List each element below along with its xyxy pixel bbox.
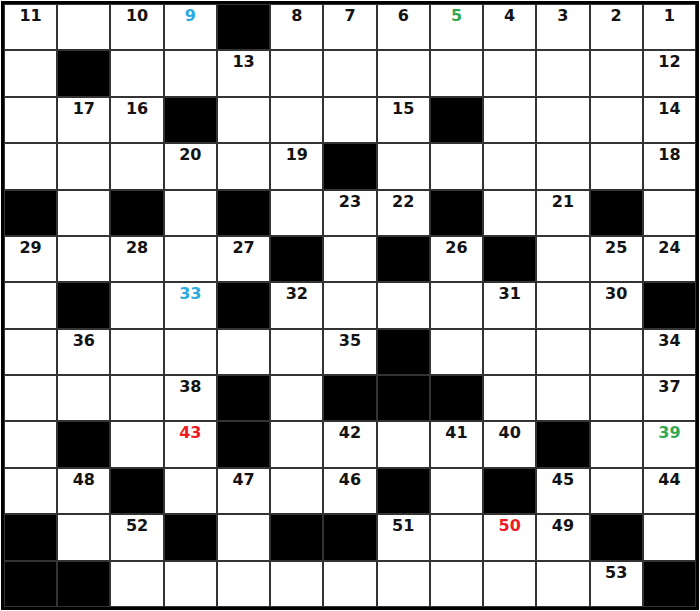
cell-r4c1[interactable] — [4, 143, 57, 189]
cell-r13c9[interactable] — [430, 561, 483, 607]
cell-r3c12[interactable] — [590, 97, 643, 143]
cell-r11c11[interactable]: 45 — [536, 468, 589, 514]
clue-number-27: 27 — [232, 237, 254, 257]
cell-r5c13[interactable] — [643, 190, 696, 236]
cell-r12c8[interactable]: 51 — [377, 514, 430, 560]
cell-r2c3[interactable] — [110, 50, 163, 96]
cell-r4c7-block — [323, 143, 376, 189]
cell-r4c6[interactable]: 19 — [270, 143, 323, 189]
cell-r9c1[interactable] — [4, 375, 57, 421]
cell-r6c9[interactable]: 26 — [430, 236, 483, 282]
cell-r1c7[interactable]: 7 — [323, 4, 376, 50]
cell-r6c11[interactable] — [536, 236, 589, 282]
cell-r2c6[interactable] — [270, 50, 323, 96]
cell-r2c4[interactable] — [164, 50, 217, 96]
cell-r13c8[interactable] — [377, 561, 430, 607]
cell-r8c13[interactable]: 34 — [643, 329, 696, 375]
cell-r1c6[interactable]: 8 — [270, 4, 323, 50]
cell-r4c2[interactable] — [57, 143, 110, 189]
cell-r9c9-block — [430, 375, 483, 421]
cell-r8c9[interactable] — [430, 329, 483, 375]
cell-r6c13[interactable]: 24 — [643, 236, 696, 282]
cell-r10c7[interactable]: 42 — [323, 421, 376, 467]
cell-r1c5-block — [217, 4, 270, 50]
clue-number-2: 2 — [611, 5, 622, 25]
cell-r5c11[interactable]: 21 — [536, 190, 589, 236]
cell-r5c7[interactable]: 23 — [323, 190, 376, 236]
cell-r2c7[interactable] — [323, 50, 376, 96]
cell-r7c8[interactable] — [377, 282, 430, 328]
cell-r2c12[interactable] — [590, 50, 643, 96]
cell-r7c3[interactable] — [110, 282, 163, 328]
clue-number-11: 11 — [19, 5, 41, 25]
clue-number-3: 3 — [557, 5, 568, 25]
cell-r2c5[interactable]: 13 — [217, 50, 270, 96]
clue-number-14: 14 — [658, 98, 680, 118]
cell-r13c2-block — [57, 561, 110, 607]
cell-r4c3[interactable] — [110, 143, 163, 189]
cell-r3c13[interactable]: 14 — [643, 97, 696, 143]
cell-r6c1[interactable]: 29 — [4, 236, 57, 282]
cell-r11c8-block — [377, 468, 430, 514]
cell-r12c1-block — [4, 514, 57, 560]
cell-r7c1[interactable] — [4, 282, 57, 328]
clue-number-13: 13 — [232, 51, 254, 71]
clue-number-1: 1 — [664, 5, 675, 25]
cell-r3c10[interactable] — [483, 97, 536, 143]
clue-number-47: 47 — [232, 469, 254, 489]
clue-number-42: 42 — [339, 422, 361, 442]
cell-r11c10-block — [483, 468, 536, 514]
cell-r6c4[interactable] — [164, 236, 217, 282]
cell-r11c3-block — [110, 468, 163, 514]
cell-r1c11[interactable]: 3 — [536, 4, 589, 50]
clue-number-26: 26 — [445, 237, 467, 257]
cell-r13c7[interactable] — [323, 561, 376, 607]
cell-r9c13[interactable]: 37 — [643, 375, 696, 421]
cell-r12c12-block — [590, 514, 643, 560]
cell-r12c2[interactable] — [57, 514, 110, 560]
clue-number-23: 23 — [339, 191, 361, 211]
cell-r10c8[interactable] — [377, 421, 430, 467]
cell-r9c3[interactable] — [110, 375, 163, 421]
clue-number-33: 33 — [179, 283, 201, 303]
cell-r6c2[interactable] — [57, 236, 110, 282]
cell-r4c9[interactable] — [430, 143, 483, 189]
cell-r6c5[interactable]: 27 — [217, 236, 270, 282]
cell-r11c1[interactable] — [4, 468, 57, 514]
clue-number-45: 45 — [552, 469, 574, 489]
cell-r1c10[interactable]: 4 — [483, 4, 536, 50]
cell-r11c2[interactable]: 48 — [57, 468, 110, 514]
clue-number-6: 6 — [398, 5, 409, 25]
cell-r12c4-block — [164, 514, 217, 560]
cell-r11c12[interactable] — [590, 468, 643, 514]
cell-r11c13[interactable]: 44 — [643, 468, 696, 514]
clue-number-18: 18 — [658, 144, 680, 164]
cell-r7c12[interactable]: 30 — [590, 282, 643, 328]
clue-number-22: 22 — [392, 191, 414, 211]
cell-r1c1[interactable]: 11 — [4, 4, 57, 50]
cell-r12c5[interactable] — [217, 514, 270, 560]
clue-number-49: 49 — [552, 515, 574, 535]
cell-r9c6[interactable] — [270, 375, 323, 421]
cell-r8c7[interactable]: 35 — [323, 329, 376, 375]
clue-number-9: 9 — [185, 5, 196, 25]
cell-r5c6[interactable] — [270, 190, 323, 236]
cell-r8c1[interactable] — [4, 329, 57, 375]
clue-number-37: 37 — [658, 376, 680, 396]
cell-r13c6[interactable] — [270, 561, 323, 607]
cell-r8c6[interactable] — [270, 329, 323, 375]
clue-number-48: 48 — [73, 469, 95, 489]
cell-r12c7-block — [323, 514, 376, 560]
clue-number-19: 19 — [286, 144, 308, 164]
cell-r11c6[interactable] — [270, 468, 323, 514]
cell-r13c12[interactable]: 53 — [590, 561, 643, 607]
cell-r9c11[interactable] — [536, 375, 589, 421]
cell-r3c9-block — [430, 97, 483, 143]
cell-r13c5[interactable] — [217, 561, 270, 607]
clue-number-24: 24 — [658, 237, 680, 257]
clue-number-43: 43 — [179, 422, 201, 442]
cell-r8c4[interactable] — [164, 329, 217, 375]
cell-r12c13[interactable] — [643, 514, 696, 560]
cell-r8c5[interactable] — [217, 329, 270, 375]
clue-number-53: 53 — [605, 562, 627, 582]
cell-r10c5-block — [217, 421, 270, 467]
clue-number-40: 40 — [499, 422, 521, 442]
cell-r4c5[interactable] — [217, 143, 270, 189]
cell-r7c11[interactable] — [536, 282, 589, 328]
cell-r8c3[interactable] — [110, 329, 163, 375]
cell-r2c11[interactable] — [536, 50, 589, 96]
cell-r12c6-block — [270, 514, 323, 560]
clue-number-8: 8 — [291, 5, 302, 25]
cell-r7c13-block — [643, 282, 696, 328]
cell-r10c4[interactable]: 43 — [164, 421, 217, 467]
cell-r1c4[interactable]: 9 — [164, 4, 217, 50]
cell-r10c6[interactable] — [270, 421, 323, 467]
cell-r2c2-block — [57, 50, 110, 96]
cell-r3c1[interactable] — [4, 97, 57, 143]
cell-r4c12[interactable] — [590, 143, 643, 189]
cell-r10c11-block — [536, 421, 589, 467]
cell-r11c5[interactable]: 47 — [217, 468, 270, 514]
cell-r3c8[interactable]: 15 — [377, 97, 430, 143]
clue-number-34: 34 — [658, 330, 680, 350]
cell-r10c9[interactable]: 41 — [430, 421, 483, 467]
clue-number-20: 20 — [179, 144, 201, 164]
cell-r13c13-block — [643, 561, 696, 607]
cell-r1c12[interactable]: 2 — [590, 4, 643, 50]
cell-r4c11[interactable] — [536, 143, 589, 189]
cell-r3c3[interactable]: 16 — [110, 97, 163, 143]
cell-r1c2[interactable] — [57, 4, 110, 50]
cell-r5c2[interactable] — [57, 190, 110, 236]
cell-r4c10[interactable] — [483, 143, 536, 189]
cell-r5c9-block — [430, 190, 483, 236]
clue-number-15: 15 — [392, 98, 414, 118]
clue-number-17: 17 — [73, 98, 95, 118]
cell-r11c9[interactable] — [430, 468, 483, 514]
cell-r7c2-block — [57, 282, 110, 328]
clue-number-38: 38 — [179, 376, 201, 396]
cell-r6c6-block — [270, 236, 323, 282]
cell-r12c10[interactable]: 50 — [483, 514, 536, 560]
cell-r11c7[interactable]: 46 — [323, 468, 376, 514]
cell-r7c9[interactable] — [430, 282, 483, 328]
cell-r9c2[interactable] — [57, 375, 110, 421]
clue-number-5: 5 — [451, 5, 462, 25]
cell-r3c6[interactable] — [270, 97, 323, 143]
cell-r12c9[interactable] — [430, 514, 483, 560]
clue-number-36: 36 — [73, 330, 95, 350]
cell-r4c13[interactable]: 18 — [643, 143, 696, 189]
clue-number-10: 10 — [126, 5, 148, 25]
cell-r5c4[interactable] — [164, 190, 217, 236]
cell-r10c1[interactable] — [4, 421, 57, 467]
page: 1110987654321131217161514201918232221292… — [0, 0, 700, 611]
cell-r8c10[interactable] — [483, 329, 536, 375]
cell-r13c11[interactable] — [536, 561, 589, 607]
cell-r8c8-block — [377, 329, 430, 375]
clue-number-29: 29 — [19, 237, 41, 257]
cell-r13c1-block — [4, 561, 57, 607]
cell-r9c8-block — [377, 375, 430, 421]
cell-r10c12[interactable] — [590, 421, 643, 467]
cell-r5c10[interactable] — [483, 190, 536, 236]
cell-r9c7-block — [323, 375, 376, 421]
cell-r6c3[interactable]: 28 — [110, 236, 163, 282]
cell-r5c8[interactable]: 22 — [377, 190, 430, 236]
cell-r6c7[interactable] — [323, 236, 376, 282]
clue-number-32: 32 — [286, 283, 308, 303]
cell-r6c8-block — [377, 236, 430, 282]
cell-r8c11[interactable] — [536, 329, 589, 375]
cell-r4c4[interactable]: 20 — [164, 143, 217, 189]
clue-number-12: 12 — [658, 51, 680, 71]
crossword-grid: 1110987654321131217161514201918232221292… — [1, 1, 699, 610]
cell-r2c13[interactable]: 12 — [643, 50, 696, 96]
cell-r3c4-block — [164, 97, 217, 143]
clue-number-21: 21 — [552, 191, 574, 211]
cell-r1c13[interactable]: 1 — [643, 4, 696, 50]
cell-r11c4[interactable] — [164, 468, 217, 514]
clue-number-46: 46 — [339, 469, 361, 489]
clue-number-51: 51 — [392, 515, 414, 535]
clue-number-7: 7 — [344, 5, 355, 25]
cell-r7c5-block — [217, 282, 270, 328]
cell-r4c8[interactable] — [377, 143, 430, 189]
cell-r10c10[interactable]: 40 — [483, 421, 536, 467]
cell-r6c12[interactable]: 25 — [590, 236, 643, 282]
clue-number-44: 44 — [658, 469, 680, 489]
cell-r8c2[interactable]: 36 — [57, 329, 110, 375]
cell-r3c2[interactable]: 17 — [57, 97, 110, 143]
clue-number-39: 39 — [658, 422, 680, 442]
clue-number-4: 4 — [504, 5, 515, 25]
clue-number-30: 30 — [605, 283, 627, 303]
cell-r8c12[interactable] — [590, 329, 643, 375]
clue-number-35: 35 — [339, 330, 361, 350]
clue-number-41: 41 — [445, 422, 467, 442]
cell-r2c8[interactable] — [377, 50, 430, 96]
cell-r5c1-block — [4, 190, 57, 236]
cell-r7c4[interactable]: 33 — [164, 282, 217, 328]
cell-r13c4[interactable] — [164, 561, 217, 607]
clue-number-28: 28 — [126, 237, 148, 257]
clue-number-16: 16 — [126, 98, 148, 118]
cell-r9c12[interactable] — [590, 375, 643, 421]
clue-number-52: 52 — [126, 515, 148, 535]
cell-r5c5-block — [217, 190, 270, 236]
cell-r3c11[interactable] — [536, 97, 589, 143]
cell-r12c3[interactable]: 52 — [110, 514, 163, 560]
cell-r12c11[interactable]: 49 — [536, 514, 589, 560]
cell-r5c3-block — [110, 190, 163, 236]
clue-number-50: 50 — [499, 515, 521, 535]
cell-r10c2-block — [57, 421, 110, 467]
cell-r10c13[interactable]: 39 — [643, 421, 696, 467]
cell-r7c7[interactable] — [323, 282, 376, 328]
cell-r7c6[interactable]: 32 — [270, 282, 323, 328]
cell-r10c3[interactable] — [110, 421, 163, 467]
cell-r2c9[interactable] — [430, 50, 483, 96]
cell-r7c10[interactable]: 31 — [483, 282, 536, 328]
cell-r1c9[interactable]: 5 — [430, 4, 483, 50]
cell-r9c4[interactable]: 38 — [164, 375, 217, 421]
clue-number-25: 25 — [605, 237, 627, 257]
cell-r3c5[interactable] — [217, 97, 270, 143]
cell-r1c8[interactable]: 6 — [377, 4, 430, 50]
cell-r13c10[interactable] — [483, 561, 536, 607]
clue-number-31: 31 — [499, 283, 521, 303]
cell-r9c10[interactable] — [483, 375, 536, 421]
cell-r2c1[interactable] — [4, 50, 57, 96]
cell-r1c3[interactable]: 10 — [110, 4, 163, 50]
cell-r2c10[interactable] — [483, 50, 536, 96]
cell-r13c3[interactable] — [110, 561, 163, 607]
cell-r5c12-block — [590, 190, 643, 236]
cell-r3c7[interactable] — [323, 97, 376, 143]
cell-r9c5-block — [217, 375, 270, 421]
cell-r6c10-block — [483, 236, 536, 282]
